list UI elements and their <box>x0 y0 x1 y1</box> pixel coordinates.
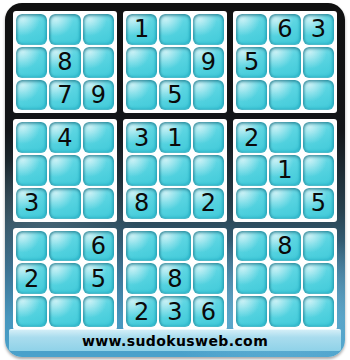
cell-r6c8[interactable] <box>269 188 300 219</box>
cell-r7c8[interactable]: 8 <box>269 231 300 262</box>
cell-r8c7[interactable] <box>236 263 267 294</box>
cell-r9c4[interactable]: 2 <box>126 296 157 327</box>
cell-r6c4[interactable]: 8 <box>126 188 157 219</box>
cell-r1c3[interactable] <box>83 14 114 45</box>
cell-r6c2[interactable] <box>49 188 80 219</box>
cell-r3c1[interactable] <box>16 80 47 111</box>
cell-r7c7[interactable] <box>236 231 267 262</box>
cell-r9c7[interactable] <box>236 296 267 327</box>
cell-r4c1[interactable] <box>16 122 47 153</box>
box-r1c2: 195 <box>123 11 227 113</box>
cell-r5c3[interactable] <box>83 155 114 186</box>
cell-r8c8[interactable] <box>269 263 300 294</box>
cell-r3c5[interactable]: 5 <box>159 80 190 111</box>
cell-r1c8[interactable]: 6 <box>269 14 300 45</box>
box-r1c3: 635 <box>233 11 337 113</box>
sudoku-frame: 87919563543318221562582368 www.sudokuswe… <box>5 3 345 357</box>
cell-r4c3[interactable] <box>83 122 114 153</box>
site-url-label: www.sudokusweb.com <box>82 333 268 349</box>
cell-r9c1[interactable] <box>16 296 47 327</box>
cell-r5c6[interactable] <box>193 155 224 186</box>
cell-r5c7[interactable] <box>236 155 267 186</box>
cell-r2c1[interactable] <box>16 47 47 78</box>
cell-r6c9[interactable]: 5 <box>303 188 334 219</box>
cell-r5c5[interactable] <box>159 155 190 186</box>
cell-r2c8[interactable] <box>269 47 300 78</box>
cell-r6c3[interactable] <box>83 188 114 219</box>
cell-r6c7[interactable] <box>236 188 267 219</box>
cell-r7c2[interactable] <box>49 231 80 262</box>
cell-r1c2[interactable] <box>49 14 80 45</box>
cell-r8c1[interactable]: 2 <box>16 263 47 294</box>
cell-r8c5[interactable]: 8 <box>159 263 190 294</box>
cell-r1c7[interactable] <box>236 14 267 45</box>
cell-r9c3[interactable] <box>83 296 114 327</box>
cell-r1c6[interactable] <box>193 14 224 45</box>
box-r3c1: 625 <box>13 228 117 330</box>
cell-r5c8[interactable]: 1 <box>269 155 300 186</box>
cell-r8c3[interactable]: 5 <box>83 263 114 294</box>
cell-r9c2[interactable] <box>49 296 80 327</box>
footer-band: www.sudokusweb.com <box>9 329 341 351</box>
cell-r6c5[interactable] <box>159 188 190 219</box>
cell-r2c6[interactable]: 9 <box>193 47 224 78</box>
cell-r8c2[interactable] <box>49 263 80 294</box>
cell-r4c9[interactable] <box>303 122 334 153</box>
cell-r7c4[interactable] <box>126 231 157 262</box>
cell-r1c5[interactable] <box>159 14 190 45</box>
cell-r1c4[interactable]: 1 <box>126 14 157 45</box>
cell-r7c9[interactable] <box>303 231 334 262</box>
box-r2c1: 43 <box>13 119 117 221</box>
cell-r2c3[interactable] <box>83 47 114 78</box>
cell-r9c6[interactable]: 6 <box>193 296 224 327</box>
cell-r5c9[interactable] <box>303 155 334 186</box>
cell-r6c6[interactable]: 2 <box>193 188 224 219</box>
cell-r4c6[interactable] <box>193 122 224 153</box>
cell-r7c5[interactable] <box>159 231 190 262</box>
cell-r1c1[interactable] <box>16 14 47 45</box>
cell-r8c6[interactable] <box>193 263 224 294</box>
cell-r7c3[interactable]: 6 <box>83 231 114 262</box>
cell-r9c9[interactable] <box>303 296 334 327</box>
cell-r4c7[interactable]: 2 <box>236 122 267 153</box>
cell-r2c5[interactable] <box>159 47 190 78</box>
cell-r3c8[interactable] <box>269 80 300 111</box>
sudoku-board: 87919563543318221562582368 <box>13 11 337 330</box>
cell-r2c4[interactable] <box>126 47 157 78</box>
cell-r3c3[interactable]: 9 <box>83 80 114 111</box>
cell-r3c6[interactable] <box>193 80 224 111</box>
cell-r5c2[interactable] <box>49 155 80 186</box>
cell-r3c7[interactable] <box>236 80 267 111</box>
cell-r1c9[interactable]: 3 <box>303 14 334 45</box>
cell-r3c9[interactable] <box>303 80 334 111</box>
cell-r9c8[interactable] <box>269 296 300 327</box>
box-r3c2: 8236 <box>123 228 227 330</box>
cell-r3c2[interactable]: 7 <box>49 80 80 111</box>
cell-r8c9[interactable] <box>303 263 334 294</box>
box-r2c3: 215 <box>233 119 337 221</box>
cell-r3c4[interactable] <box>126 80 157 111</box>
cell-r4c4[interactable]: 3 <box>126 122 157 153</box>
cell-r7c6[interactable] <box>193 231 224 262</box>
box-r2c2: 3182 <box>123 119 227 221</box>
box-r1c1: 879 <box>13 11 117 113</box>
cell-r2c7[interactable]: 5 <box>236 47 267 78</box>
cell-r9c5[interactable]: 3 <box>159 296 190 327</box>
cell-r4c2[interactable]: 4 <box>49 122 80 153</box>
cell-r5c4[interactable] <box>126 155 157 186</box>
page: 87919563543318221562582368 www.sudokuswe… <box>0 0 350 360</box>
cell-r7c1[interactable] <box>16 231 47 262</box>
box-r3c3: 8 <box>233 228 337 330</box>
cell-r4c8[interactable] <box>269 122 300 153</box>
cell-r8c4[interactable] <box>126 263 157 294</box>
cell-r4c5[interactable]: 1 <box>159 122 190 153</box>
cell-r6c1[interactable]: 3 <box>16 188 47 219</box>
cell-r2c9[interactable] <box>303 47 334 78</box>
cell-r2c2[interactable]: 8 <box>49 47 80 78</box>
cell-r5c1[interactable] <box>16 155 47 186</box>
